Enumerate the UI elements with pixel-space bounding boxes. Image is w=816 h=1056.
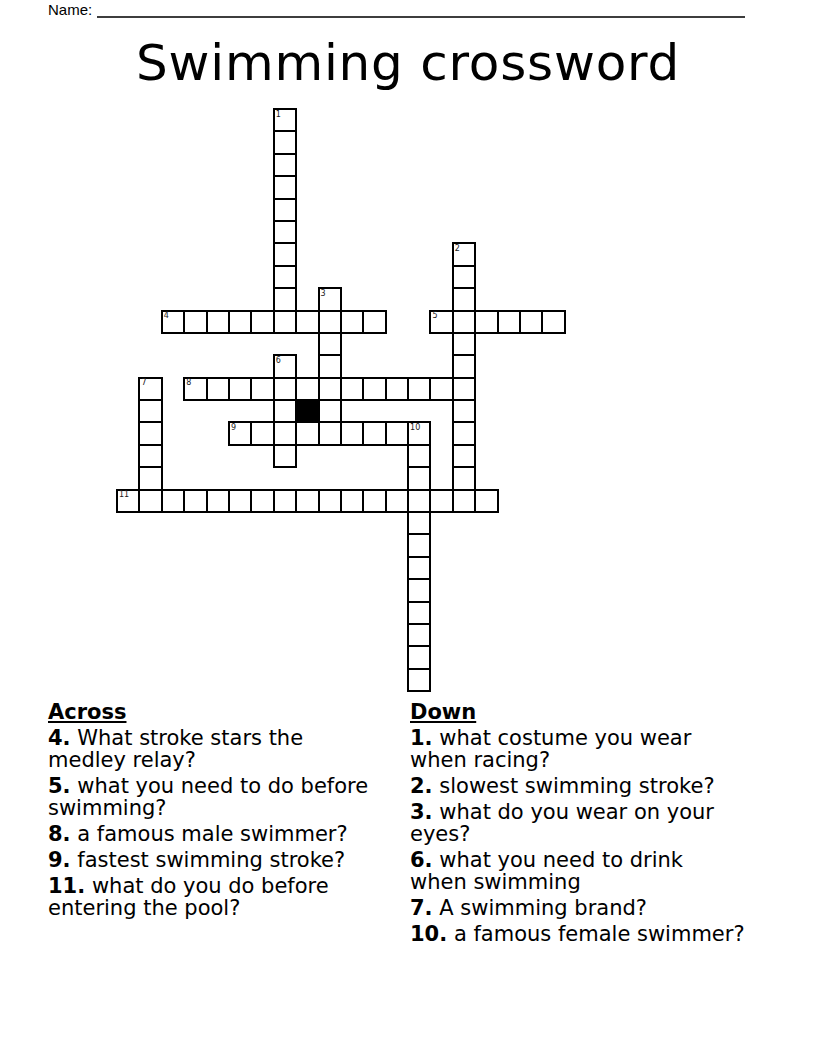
clue-number: 4 [164,311,169,320]
grid-cell[interactable]: 9 [229,422,251,444]
clue-text: what you need to drink when swimming [410,848,683,894]
grid-cell[interactable] [296,378,318,400]
grid-cell[interactable] [453,378,475,400]
grid-cell[interactable] [341,378,363,400]
down-clue-list: 1. what costume you wear when racing?2. … [410,727,786,945]
grid-cell[interactable] [139,422,161,444]
grid-cell[interactable] [184,490,206,512]
clue-number-label: 3. [410,800,433,824]
grid-cell[interactable] [408,602,430,624]
clue-text: slowest swimming stroke? [439,774,714,798]
grid-cell[interactable] [363,311,385,333]
grid-cell[interactable] [296,311,318,333]
grid-cell[interactable] [296,422,318,444]
clue-number: 6 [276,356,281,365]
grid-cell[interactable]: 11 [117,490,139,512]
grid-cell[interactable] [430,378,452,400]
across-header: Across [48,701,400,723]
clue-across-9: 9. fastest swimming stroke? [48,849,400,871]
grid-cell[interactable] [363,490,385,512]
grid-cell[interactable] [386,422,408,444]
grid-cell[interactable] [207,378,229,400]
grid-cell[interactable]: 7 [139,378,161,400]
grid-cell[interactable] [498,311,520,333]
grid-cell[interactable] [408,624,430,646]
grid-cell[interactable] [408,534,430,556]
grid-cell[interactable] [274,131,296,153]
grid-cell[interactable] [296,490,318,512]
grid-cell[interactable] [274,176,296,198]
across-clues-section: Across 4. What stroke stars the medley r… [48,701,400,923]
clue-text: what you need to do before swimming? [48,774,368,820]
grid-cell[interactable] [319,333,341,355]
clue-down-2: 2. slowest swimming stroke? [410,775,786,797]
down-header: Down [410,701,786,723]
grid-cell[interactable] [319,400,341,422]
clue-text: what do you do before entering the pool? [48,874,329,920]
clue-number-label: 7. [410,896,433,920]
name-label: Name: [48,1,92,19]
grid-cell[interactable] [408,646,430,668]
grid-cell[interactable] [319,422,341,444]
clue-number-label: 6. [410,848,433,872]
grid-cell[interactable] [430,490,452,512]
grid-cell[interactable] [274,445,296,467]
grid-cell[interactable] [453,400,475,422]
grid-cell[interactable]: 4 [162,311,184,333]
grid-cell[interactable] [251,378,273,400]
grid-cell[interactable] [453,333,475,355]
grid-cell[interactable] [319,378,341,400]
clue-number: 2 [455,244,460,253]
clue-number-label: 1. [410,726,433,750]
grid-cell[interactable] [274,378,296,400]
grid-cell[interactable] [274,288,296,310]
clue-across-5: 5. what you need to do before swimming? [48,775,400,819]
grid-cell[interactable] [207,490,229,512]
clue-number: 7 [141,378,146,387]
clue-down-3: 3. what do you wear on your eyes? [410,801,786,845]
grid-cell[interactable] [251,422,273,444]
grid-cell[interactable] [408,579,430,601]
clue-down-10: 10. a famous female swimmer? [410,923,786,945]
grid-cell[interactable] [274,221,296,243]
grid-cell[interactable] [274,243,296,265]
page-title: Swimming crossword [0,33,816,93]
clue-text: what do you wear on your eyes? [410,800,714,846]
grid-cell[interactable]: 2 [453,243,475,265]
grid-cell[interactable] [139,467,161,489]
clue-across-11: 11. what do you do before entering the p… [48,875,400,919]
grid-cell[interactable] [408,378,430,400]
clue-text: a famous female swimmer? [454,922,745,946]
clue-down-7: 7. A swimming brand? [410,897,786,919]
grid-cell[interactable] [319,355,341,377]
clue-number-label: 9. [48,848,71,872]
grid-cell[interactable] [363,378,385,400]
grid-cell[interactable] [386,378,408,400]
grid-cell[interactable] [408,490,430,512]
grid-cell[interactable] [453,355,475,377]
clue-number: 3 [321,289,326,298]
grid-cell[interactable] [139,490,161,512]
grid-cell[interactable] [207,311,229,333]
clue-number-label: 11. [48,874,85,898]
grid-cell[interactable] [453,288,475,310]
clue-number: 11 [119,490,129,499]
grid-cell[interactable] [229,311,251,333]
grid-cell[interactable] [475,490,497,512]
grid-cell[interactable] [453,467,475,489]
clue-number: 8 [186,378,191,387]
grid-cell[interactable]: 5 [430,311,452,333]
clue-number-label: 10. [410,922,447,946]
grid-cell[interactable] [542,311,564,333]
grid-cell[interactable] [453,311,475,333]
crossword-grid: 1234567891011 [117,109,587,691]
grid-cell[interactable] [386,490,408,512]
across-clue-list: 4. What stroke stars the medley relay?5.… [48,727,400,919]
grid-cell[interactable] [408,445,430,467]
grid-cell[interactable] [162,490,184,512]
grid-cell[interactable]: 1 [274,109,296,131]
grid-cell[interactable] [363,422,385,444]
grid-cell[interactable] [408,512,430,534]
grid-cell[interactable] [408,669,430,691]
grid-cell[interactable] [251,311,273,333]
grid-cell[interactable] [453,490,475,512]
down-clues-section: Down 1. what costume you wear when racin… [410,701,786,949]
clue-down-1: 1. what costume you wear when racing? [410,727,786,771]
grid-cell[interactable] [408,467,430,489]
grid-cell[interactable] [139,400,161,422]
grid-cell[interactable] [274,266,296,288]
clue-down-6: 6. what you need to drink when swimming [410,849,786,893]
grid-cell[interactable] [274,422,296,444]
grid-cell[interactable] [475,311,497,333]
grid-cell[interactable] [229,490,251,512]
clue-text: fastest swimming stroke? [77,848,345,872]
grid-cell[interactable] [341,490,363,512]
grid-cell[interactable] [453,266,475,288]
worksheet-page: Name: Swimming crossword 1234567891011 A… [0,0,816,1056]
grid-cell[interactable] [319,490,341,512]
clue-number: 10 [410,423,420,432]
grid-cell[interactable] [453,422,475,444]
clue-number-label: 5. [48,774,71,798]
clue-text: what costume you wear when racing? [410,726,691,772]
grid-cell[interactable]: 3 [319,288,341,310]
clue-number-label: 4. [48,726,71,750]
name-fill-line[interactable] [97,0,745,18]
clue-number: 5 [432,311,437,320]
grid-cell[interactable] [274,311,296,333]
grid-cell[interactable]: 6 [274,355,296,377]
grid-cell[interactable] [274,490,296,512]
grid-cell[interactable] [274,154,296,176]
grid-cell[interactable] [408,557,430,579]
grid-cell[interactable]: 8 [184,378,206,400]
clue-number-label: 8. [48,822,71,846]
grid-cell[interactable] [274,400,296,422]
grid-cell[interactable] [274,199,296,221]
clue-across-4: 4. What stroke stars the medley relay? [48,727,400,771]
black-cell [296,400,318,422]
clue-across-8: 8. a famous male swimmer? [48,823,400,845]
grid-cell[interactable] [229,378,251,400]
grid-cell[interactable] [341,422,363,444]
clue-number-label: 2. [410,774,433,798]
grid-cell[interactable]: 10 [408,422,430,444]
clue-text: a famous male swimmer? [77,822,347,846]
grid-cell[interactable] [453,445,475,467]
clue-number: 1 [276,110,281,119]
clue-text: What stroke stars the medley relay? [48,726,303,772]
grid-cell[interactable] [520,311,542,333]
clue-number: 9 [231,423,236,432]
grid-cell[interactable] [251,490,273,512]
grid-cell[interactable] [341,311,363,333]
clue-text: A swimming brand? [439,896,647,920]
grid-cell[interactable] [184,311,206,333]
grid-cell[interactable] [139,445,161,467]
grid-cell[interactable] [319,311,341,333]
